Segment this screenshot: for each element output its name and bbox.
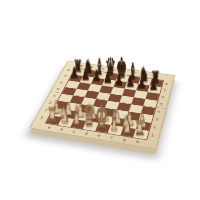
chess-board-scene: abcdefgh abcdefgh 87654321 87654321 ♜♞♝♛… (47, 40, 167, 160)
square-h7: ♟ (148, 86, 162, 94)
chess-board: abcdefgh abcdefgh 87654321 87654321 ♜♞♝♛… (29, 61, 175, 150)
piece-white-rook: ♜ (124, 119, 155, 139)
product-photo: abcdefgh abcdefgh 87654321 87654321 ♜♞♝♛… (0, 0, 200, 200)
square-h1: ♜ (133, 129, 148, 139)
file-label: h (131, 139, 145, 145)
square-h6 (145, 92, 159, 101)
piece-black-pawn: ♟ (139, 77, 167, 93)
